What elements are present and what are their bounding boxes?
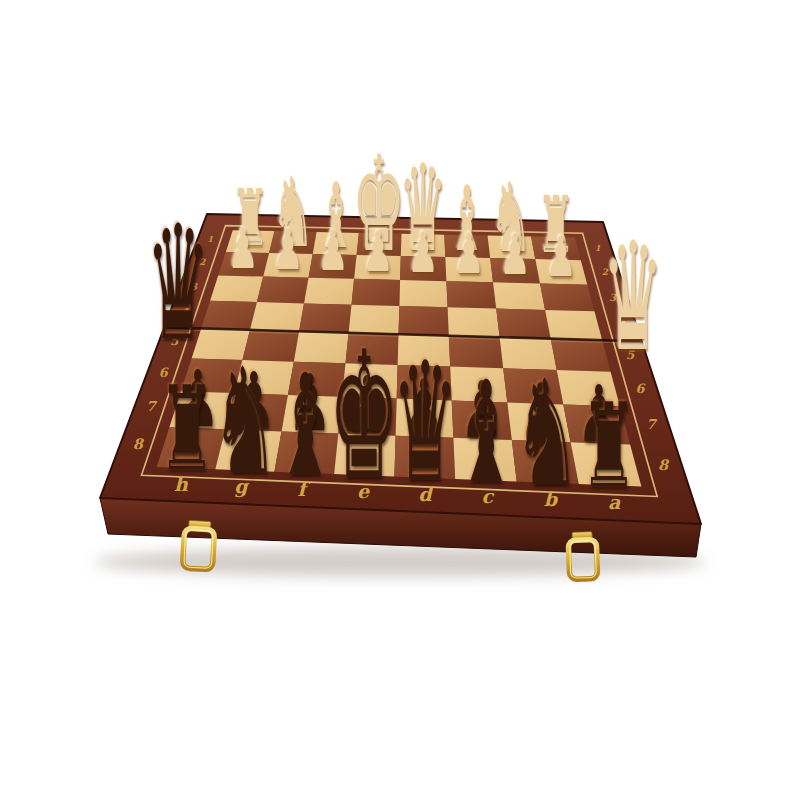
white-pawn-glyph: ♟ bbox=[499, 227, 530, 283]
piece-black-rook-a8: ♜ bbox=[557, 388, 661, 504]
piece-white-pawn-b2: ♟ bbox=[490, 227, 540, 283]
white-pawn-glyph: ♟ bbox=[272, 222, 303, 278]
white-pawn-glyph: ♟ bbox=[408, 225, 439, 281]
white-queen-glyph: ♛ bbox=[603, 222, 664, 372]
white-pawn-glyph: ♟ bbox=[453, 226, 484, 282]
piece-white-pawn-c2: ♟ bbox=[444, 226, 494, 282]
chess-set-product-photo: hgfedcba1122334455667788 ♜♞♝♛♚♝♞♜♟♟♟♟♟♟♟… bbox=[0, 0, 800, 800]
piece-white-pawn-f2: ♟ bbox=[307, 223, 357, 279]
white-pawn-glyph: ♟ bbox=[362, 224, 393, 280]
black-rook-glyph: ♜ bbox=[581, 388, 638, 504]
piece-white-pawn-d2: ♟ bbox=[398, 225, 448, 281]
white-pawn-glyph: ♟ bbox=[317, 223, 348, 279]
black-queen-glyph: ♛ bbox=[146, 204, 210, 362]
piece-white-pawn-e2: ♟ bbox=[353, 224, 403, 280]
piece-white-pawn-g2: ♟ bbox=[263, 222, 313, 278]
spare-white-queen: ♛ bbox=[566, 222, 700, 372]
pieces-layer: ♜♞♝♛♚♝♞♜♟♟♟♟♟♟♟♟♟♟♟♟♟♟♟♟♜♞♝♛♚♝♞♜♛♛ bbox=[0, 0, 800, 800]
